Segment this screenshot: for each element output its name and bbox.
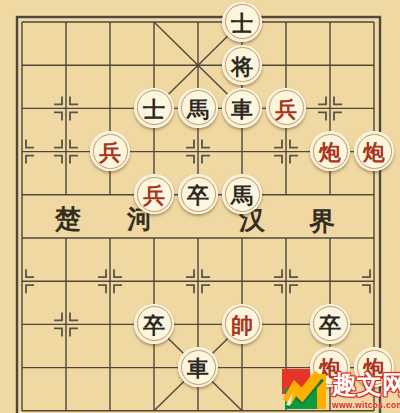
- piece-black-卒[interactable]: 卒: [134, 304, 174, 344]
- river-label-jie: 界: [309, 204, 335, 239]
- piece-black-車[interactable]: 車: [222, 88, 262, 128]
- witcos-logo-icon: [281, 366, 330, 411]
- watermark-url: www.witcos.com: [332, 400, 400, 410]
- piece-black-将[interactable]: 将: [222, 45, 262, 85]
- piece-red-炮[interactable]: 炮: [310, 131, 350, 171]
- piece-red-兵[interactable]: 兵: [134, 174, 174, 214]
- piece-red-兵[interactable]: 兵: [266, 88, 306, 128]
- watermark-text: 趣文网 www.witcos.com: [332, 366, 400, 410]
- piece-black-卒[interactable]: 卒: [178, 174, 218, 214]
- piece-black-士[interactable]: 士: [222, 2, 262, 42]
- piece-red-炮[interactable]: 炮: [354, 131, 394, 171]
- piece-red-兵[interactable]: 兵: [90, 131, 130, 171]
- river-label-chu: 楚: [55, 202, 81, 237]
- piece-black-車[interactable]: 車: [178, 347, 218, 387]
- xiangqi-board-screenshot: 楚 河 汉 界 士将士馬車兵兵炮炮兵卒馬卒帥卒車炮炮 趣文网 www.witco…: [0, 0, 400, 413]
- watermark-site-name: 趣文网: [332, 372, 400, 398]
- watermark: 趣文网 www.witcos.com: [281, 366, 400, 411]
- piece-black-馬[interactable]: 馬: [178, 88, 218, 128]
- piece-red-帥[interactable]: 帥: [222, 304, 262, 344]
- piece-black-卒[interactable]: 卒: [310, 304, 350, 344]
- piece-black-士[interactable]: 士: [134, 88, 174, 128]
